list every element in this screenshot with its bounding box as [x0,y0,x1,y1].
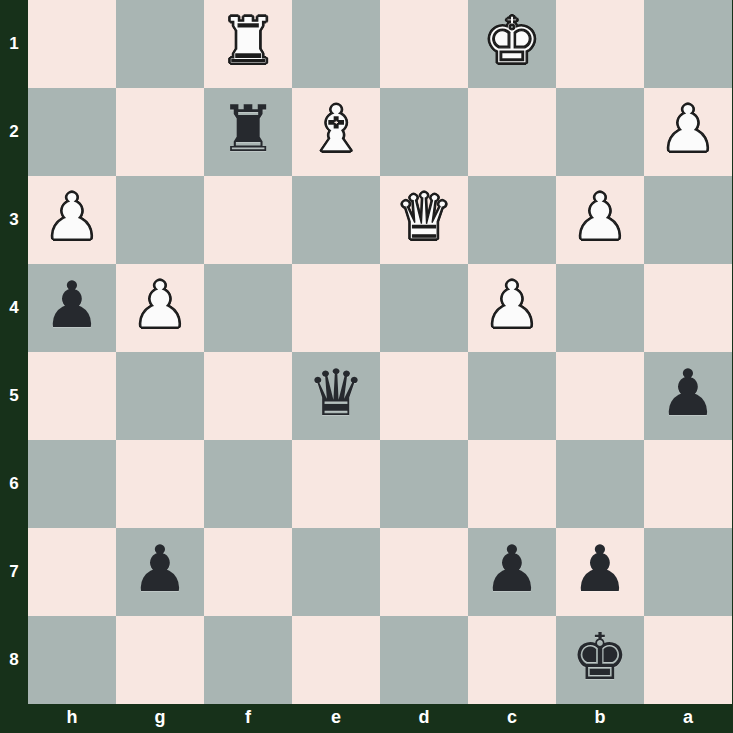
square-f1[interactable]: ♜ [204,0,292,88]
square-a5[interactable]: ♟ [644,352,732,440]
square-e8[interactable] [292,616,380,704]
white-rook[interactable]: ♜ [219,9,276,73]
square-b5[interactable] [556,352,644,440]
rank-label-3: 3 [0,176,28,264]
file-label-h: h [28,704,116,733]
square-c8[interactable] [468,616,556,704]
square-f3[interactable] [204,176,292,264]
file-label-g: g [116,704,204,733]
chess-board: 1♜♚2♜♝♟3♟♛♟4♟♟♟5♛♟67♟♟♟8♚hgfedcba [0,0,733,733]
square-h5[interactable] [28,352,116,440]
square-a2[interactable]: ♟ [644,88,732,176]
file-label-e: e [292,704,380,733]
square-a4[interactable] [644,264,732,352]
square-h7[interactable] [28,528,116,616]
file-label-b: b [556,704,644,733]
black-king[interactable]: ♚ [571,625,628,689]
rank-label-8: 8 [0,616,28,704]
rank-label-1: 1 [0,0,28,88]
square-d5[interactable] [380,352,468,440]
square-b1[interactable] [556,0,644,88]
black-pawn[interactable]: ♟ [483,537,540,601]
black-queen[interactable]: ♛ [307,361,364,425]
square-b2[interactable] [556,88,644,176]
rank-label-6: 6 [0,440,28,528]
square-e6[interactable] [292,440,380,528]
square-a3[interactable] [644,176,732,264]
square-c1[interactable]: ♚ [468,0,556,88]
black-pawn[interactable]: ♟ [43,273,100,337]
file-label-f: f [204,704,292,733]
rank-label-4: 4 [0,264,28,352]
white-pawn[interactable]: ♟ [43,185,100,249]
square-h6[interactable] [28,440,116,528]
square-c3[interactable] [468,176,556,264]
square-a6[interactable] [644,440,732,528]
square-g7[interactable]: ♟ [116,528,204,616]
square-f6[interactable] [204,440,292,528]
square-d2[interactable] [380,88,468,176]
square-d1[interactable] [380,0,468,88]
black-pawn[interactable]: ♟ [131,537,188,601]
square-f8[interactable] [204,616,292,704]
square-c6[interactable] [468,440,556,528]
square-g8[interactable] [116,616,204,704]
square-f2[interactable]: ♜ [204,88,292,176]
square-d3[interactable]: ♛ [380,176,468,264]
square-g3[interactable] [116,176,204,264]
square-c7[interactable]: ♟ [468,528,556,616]
square-b8[interactable]: ♚ [556,616,644,704]
square-a7[interactable] [644,528,732,616]
white-bishop[interactable]: ♝ [307,97,364,161]
white-pawn[interactable]: ♟ [659,97,716,161]
square-g4[interactable]: ♟ [116,264,204,352]
rank-label-2: 2 [0,88,28,176]
file-label-d: d [380,704,468,733]
square-d4[interactable] [380,264,468,352]
square-h4[interactable]: ♟ [28,264,116,352]
square-f4[interactable] [204,264,292,352]
square-c2[interactable] [468,88,556,176]
file-label-a: a [644,704,732,733]
square-b7[interactable]: ♟ [556,528,644,616]
square-f5[interactable] [204,352,292,440]
square-h2[interactable] [28,88,116,176]
square-e3[interactable] [292,176,380,264]
file-label-c: c [468,704,556,733]
square-a8[interactable] [644,616,732,704]
square-h3[interactable]: ♟ [28,176,116,264]
square-d8[interactable] [380,616,468,704]
square-f7[interactable] [204,528,292,616]
square-e7[interactable] [292,528,380,616]
white-pawn[interactable]: ♟ [131,273,188,337]
white-pawn[interactable]: ♟ [483,273,540,337]
square-b4[interactable] [556,264,644,352]
frame-corner [0,704,28,733]
square-e1[interactable] [292,0,380,88]
square-e5[interactable]: ♛ [292,352,380,440]
square-e2[interactable]: ♝ [292,88,380,176]
square-h8[interactable] [28,616,116,704]
square-a1[interactable] [644,0,732,88]
square-e4[interactable] [292,264,380,352]
square-d6[interactable] [380,440,468,528]
black-pawn[interactable]: ♟ [571,537,628,601]
square-g5[interactable] [116,352,204,440]
square-g6[interactable] [116,440,204,528]
black-pawn[interactable]: ♟ [659,361,716,425]
square-g2[interactable] [116,88,204,176]
square-b6[interactable] [556,440,644,528]
black-rook[interactable]: ♜ [219,97,276,161]
white-king[interactable]: ♚ [483,9,540,73]
square-c4[interactable]: ♟ [468,264,556,352]
square-h1[interactable] [28,0,116,88]
white-queen[interactable]: ♛ [395,185,452,249]
square-d7[interactable] [380,528,468,616]
white-pawn[interactable]: ♟ [571,185,628,249]
rank-label-7: 7 [0,528,28,616]
square-g1[interactable] [116,0,204,88]
rank-label-5: 5 [0,352,28,440]
square-c5[interactable] [468,352,556,440]
square-b3[interactable]: ♟ [556,176,644,264]
